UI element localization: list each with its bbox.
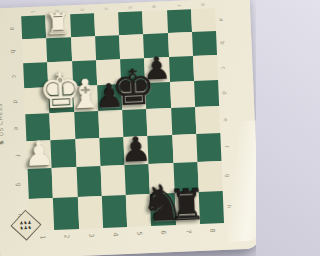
vinyl-chess-mat: ♜♚♝♟♟♚♟♟♞♜ 1234567812345678abcdefghabcde…: [0, 0, 256, 256]
left-file-label-c: c: [11, 74, 18, 78]
white-rook-a2[interactable]: ♜: [44, 9, 72, 40]
top-rank-label-1: 1: [31, 10, 36, 13]
square-b1[interactable]: [22, 38, 47, 63]
square-h4[interactable]: [102, 195, 128, 228]
square-a5[interactable]: [118, 11, 143, 35]
top-rank-label-3: 3: [79, 8, 84, 11]
bottom-rank-label-2: 2: [63, 234, 71, 238]
square-d7[interactable]: [170, 81, 195, 108]
square-c7[interactable]: [169, 56, 194, 82]
left-file-label-e: e: [13, 126, 20, 130]
square-a6[interactable]: [142, 10, 167, 34]
square-a4[interactable]: [94, 12, 119, 36]
left-file-label-d: d: [12, 99, 19, 103]
square-g2[interactable]: [52, 167, 77, 198]
top-rank-label-7: 7: [176, 4, 181, 7]
bottom-rank-label-8: 8: [208, 228, 216, 232]
right-file-label-b: b: [219, 41, 225, 45]
left-file-label-b: b: [10, 50, 17, 54]
square-b7[interactable]: [168, 32, 193, 57]
right-file-label-g: g: [225, 174, 231, 178]
square-h3[interactable]: [77, 196, 103, 229]
top-rank-label-8: 8: [200, 3, 205, 6]
knight-logo-icon: ♞: [0, 138, 6, 145]
right-file-label-f: f: [224, 146, 230, 148]
top-rank-label-4: 4: [103, 7, 108, 10]
bottom-rank-label-1: 1: [39, 235, 47, 239]
square-b5[interactable]: [119, 34, 144, 59]
us-chess-brand: ♞ US CHESS: [0, 95, 10, 153]
federation-text: US CHESS: [0, 103, 4, 137]
square-f8[interactable]: [196, 133, 221, 162]
square-b4[interactable]: [95, 35, 120, 60]
left-file-label-g: g: [16, 182, 23, 186]
square-a3[interactable]: [70, 13, 95, 37]
square-b8[interactable]: [192, 31, 217, 56]
bottom-rank-label-3: 3: [87, 233, 95, 237]
top-rank-label-5: 5: [128, 6, 133, 9]
diamond-logo-pattern: ♟♞♟ ♞♟♞: [20, 220, 32, 229]
right-file-label-e: e: [223, 117, 229, 121]
black-pawn-f5[interactable]: ♟: [120, 132, 152, 167]
square-g3[interactable]: [76, 166, 101, 197]
square-a1[interactable]: [21, 15, 46, 39]
square-b3[interactable]: [71, 36, 96, 61]
left-file-label-a: a: [9, 26, 16, 30]
square-d8[interactable]: [194, 80, 219, 107]
square-a8[interactable]: [191, 8, 216, 32]
square-e8[interactable]: [195, 106, 220, 134]
right-file-label-d: d: [222, 91, 228, 95]
black-king-d5[interactable]: ♚: [110, 63, 156, 114]
square-h2[interactable]: [53, 197, 79, 230]
black-rook-h7[interactable]: ♜: [167, 184, 206, 228]
right-file-label-a: a: [218, 18, 224, 22]
square-f3[interactable]: [75, 138, 100, 167]
right-file-label-h: h: [226, 205, 232, 209]
square-f7[interactable]: [172, 134, 197, 163]
square-c8[interactable]: [193, 55, 218, 81]
square-e7[interactable]: [171, 107, 196, 135]
bottom-rank-label-4: 4: [111, 232, 119, 236]
left-file-label-f: f: [14, 154, 21, 156]
right-file-label-c: c: [220, 66, 226, 69]
square-a7[interactable]: [167, 9, 192, 33]
top-rank-label-6: 6: [152, 5, 157, 8]
white-pawn-f1[interactable]: ♟: [23, 136, 55, 171]
